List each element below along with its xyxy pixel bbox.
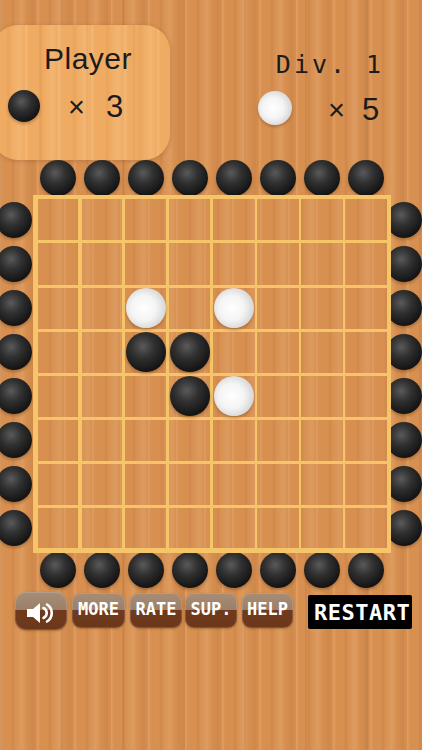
player-stone-count: 3 [106,89,123,125]
decorative-stone [40,160,76,196]
player-score-panel: Player × 3 [0,25,170,160]
restart-button[interactable]: RESTART [308,595,412,629]
decorative-stone [0,202,32,238]
decorative-stone [128,552,164,588]
decorative-stone [0,378,32,414]
player-name: Player [0,42,170,76]
black-stone [126,332,166,372]
decorative-stone [386,334,422,370]
white-stone [126,288,166,328]
decorative-stone [386,246,422,282]
decorative-stone [304,552,340,588]
app-screen: Player × 3 Div. 1 × 5 MORE RATE SUP. HEL… [0,0,422,750]
game-board[interactable] [33,195,391,553]
more-button[interactable]: MORE [72,593,125,628]
white-stone-icon [258,91,292,125]
decorative-stone [172,160,208,196]
sound-button[interactable] [15,592,67,630]
decorative-stone [84,160,120,196]
decorative-stone [386,378,422,414]
black-stone-icon [8,90,40,122]
decorative-stone [0,246,32,282]
speaker-icon [26,601,56,625]
decorative-stone [84,552,120,588]
decorative-stone [260,552,296,588]
opponent-stone-count: 5 [362,92,379,128]
opponent-name: Div. 1 [250,50,410,79]
decorative-stone [40,552,76,588]
decorative-stone [0,466,32,502]
decorative-stone [0,290,32,326]
decorative-stone [386,202,422,238]
decorative-stone [386,290,422,326]
decorative-stone [260,160,296,196]
decorative-stone [348,552,384,588]
rate-button[interactable]: RATE [130,593,182,628]
multiply-sign: × [328,94,345,127]
decorative-stone [128,160,164,196]
multiply-sign: × [68,91,85,124]
decorative-stone [0,422,32,458]
decorative-stone [386,466,422,502]
white-stone [214,376,254,416]
decorative-stone [216,160,252,196]
black-stone [170,332,210,372]
decorative-stone [216,552,252,588]
sup-button[interactable]: SUP. [185,593,237,628]
decorative-stone [386,510,422,546]
decorative-stone [386,422,422,458]
black-stone [170,376,210,416]
decorative-stone [348,160,384,196]
help-button[interactable]: HELP [242,593,293,628]
decorative-stone [0,334,32,370]
decorative-stone [0,510,32,546]
board-grid[interactable] [36,198,388,550]
white-stone [214,288,254,328]
decorative-stone [304,160,340,196]
decorative-stone [172,552,208,588]
